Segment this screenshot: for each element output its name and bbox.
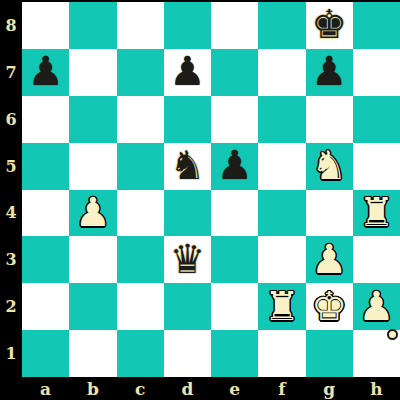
file-label-a: a	[22, 377, 69, 400]
black-pawn[interactable]: ♟	[169, 51, 205, 91]
white-king[interactable]: ♚	[311, 286, 347, 326]
square-b7[interactable]	[69, 49, 116, 96]
square-b6[interactable]	[69, 96, 116, 143]
square-f7[interactable]	[258, 49, 305, 96]
square-e4[interactable]	[211, 190, 258, 237]
rank-label-2: 2	[0, 283, 22, 330]
square-d7[interactable]: ♟	[164, 49, 211, 96]
square-d4[interactable]	[164, 190, 211, 237]
square-c7[interactable]	[117, 49, 164, 96]
square-h3[interactable]	[353, 236, 400, 283]
black-pawn[interactable]: ♟	[217, 145, 253, 185]
square-d5[interactable]: ♞	[164, 143, 211, 190]
square-b3[interactable]	[69, 236, 116, 283]
square-g7[interactable]: ♟	[306, 49, 353, 96]
square-h6[interactable]	[353, 96, 400, 143]
square-c6[interactable]	[117, 96, 164, 143]
square-c3[interactable]	[117, 236, 164, 283]
chess-board: ♚♟♟♟♞♟♞♟♜♛♟♜♚♟	[22, 2, 400, 377]
file-label-b: b	[69, 377, 116, 400]
file-label-c: c	[117, 377, 164, 400]
square-h8[interactable]	[353, 2, 400, 49]
square-a7[interactable]: ♟	[22, 49, 69, 96]
square-f3[interactable]	[258, 236, 305, 283]
file-label-h: h	[353, 377, 400, 400]
white-knight[interactable]: ♞	[311, 145, 347, 185]
square-d3[interactable]: ♛	[164, 236, 211, 283]
black-pawn[interactable]: ♟	[28, 51, 64, 91]
square-f1[interactable]	[258, 330, 305, 377]
white-rook[interactable]: ♜	[264, 286, 300, 326]
square-c5[interactable]	[117, 143, 164, 190]
rank-label-6: 6	[0, 96, 22, 143]
black-knight[interactable]: ♞	[169, 145, 205, 185]
square-a3[interactable]	[22, 236, 69, 283]
rank-label-7: 7	[0, 49, 22, 96]
file-label-f: f	[258, 377, 305, 400]
square-e3[interactable]	[211, 236, 258, 283]
square-c8[interactable]	[117, 2, 164, 49]
chess-puzzle-diagram: 87654321 ♚♟♟♟♞♟♞♟♜♛♟♜♚♟ abcdefgh	[0, 0, 400, 400]
square-b2[interactable]	[69, 283, 116, 330]
rank-label-3: 3	[0, 236, 22, 283]
square-e5[interactable]: ♟	[211, 143, 258, 190]
square-h5[interactable]	[353, 143, 400, 190]
rank-labels: 87654321	[0, 2, 22, 377]
square-a2[interactable]	[22, 283, 69, 330]
square-a1[interactable]	[22, 330, 69, 377]
square-g1[interactable]	[306, 330, 353, 377]
square-c2[interactable]	[117, 283, 164, 330]
square-f6[interactable]	[258, 96, 305, 143]
file-label-d: d	[164, 377, 211, 400]
white-pawn[interactable]: ♟	[358, 286, 394, 326]
white-to-move-indicator	[387, 329, 398, 340]
square-f5[interactable]	[258, 143, 305, 190]
square-d8[interactable]	[164, 2, 211, 49]
square-a4[interactable]	[22, 190, 69, 237]
square-g2[interactable]: ♚	[306, 283, 353, 330]
square-g4[interactable]	[306, 190, 353, 237]
square-g8[interactable]: ♚	[306, 2, 353, 49]
white-rook[interactable]: ♜	[358, 192, 394, 232]
black-king[interactable]: ♚	[311, 4, 347, 44]
black-queen[interactable]: ♛	[169, 239, 205, 279]
square-g5[interactable]: ♞	[306, 143, 353, 190]
square-a6[interactable]	[22, 96, 69, 143]
square-f4[interactable]	[258, 190, 305, 237]
square-a5[interactable]	[22, 143, 69, 190]
white-pawn[interactable]: ♟	[311, 239, 347, 279]
rank-label-4: 4	[0, 190, 22, 237]
rank-label-5: 5	[0, 143, 22, 190]
square-c4[interactable]	[117, 190, 164, 237]
rank-label-1: 1	[0, 330, 22, 377]
square-h7[interactable]	[353, 49, 400, 96]
square-f8[interactable]	[258, 2, 305, 49]
square-g3[interactable]: ♟	[306, 236, 353, 283]
square-c1[interactable]	[117, 330, 164, 377]
square-b1[interactable]	[69, 330, 116, 377]
square-e7[interactable]	[211, 49, 258, 96]
square-e6[interactable]	[211, 96, 258, 143]
square-d2[interactable]	[164, 283, 211, 330]
black-pawn[interactable]: ♟	[311, 51, 347, 91]
file-labels: abcdefgh	[22, 377, 400, 400]
file-label-g: g	[306, 377, 353, 400]
file-label-e: e	[211, 377, 258, 400]
square-g6[interactable]	[306, 96, 353, 143]
square-b4[interactable]: ♟	[69, 190, 116, 237]
square-d1[interactable]	[164, 330, 211, 377]
square-b8[interactable]	[69, 2, 116, 49]
square-e2[interactable]	[211, 283, 258, 330]
square-h2[interactable]: ♟	[353, 283, 400, 330]
square-e8[interactable]	[211, 2, 258, 49]
square-e1[interactable]	[211, 330, 258, 377]
white-pawn[interactable]: ♟	[75, 192, 111, 232]
square-b5[interactable]	[69, 143, 116, 190]
rank-label-8: 8	[0, 2, 22, 49]
square-d6[interactable]	[164, 96, 211, 143]
square-h4[interactable]: ♜	[353, 190, 400, 237]
square-a8[interactable]	[22, 2, 69, 49]
square-f2[interactable]: ♜	[258, 283, 305, 330]
